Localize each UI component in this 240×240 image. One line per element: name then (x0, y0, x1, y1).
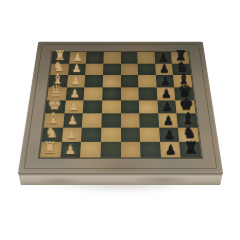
piece-white-pawn[interactable]: ♟ (67, 114, 78, 126)
square[interactable] (121, 127, 141, 142)
square[interactable] (100, 142, 120, 157)
board-side-edge (18, 172, 223, 185)
square[interactable] (84, 87, 103, 100)
square[interactable] (83, 100, 102, 113)
square[interactable] (137, 52, 155, 63)
square[interactable] (140, 127, 160, 142)
piece-black-rook[interactable]: ♜ (184, 140, 198, 156)
piece-white-pawn[interactable]: ♟ (65, 143, 76, 156)
piece-black-pawn[interactable]: ♟ (163, 114, 174, 126)
square[interactable] (121, 142, 141, 157)
piece-white-pawn[interactable]: ♟ (72, 63, 82, 74)
piece-white-pawn[interactable]: ♟ (70, 87, 80, 99)
chess-board-photo: ♜♟♟♜♞♟♟♞♝♟♟♝♛♟♟♛♚♟♟♚♝♟♟♝♞♟♟♞♜♟♟♜ (18, 0, 223, 173)
piece-white-pawn[interactable]: ♟ (68, 100, 79, 112)
square[interactable] (121, 52, 138, 63)
piece-white-pawn[interactable]: ♟ (71, 75, 81, 86)
square[interactable] (140, 142, 161, 157)
piece-black-pawn[interactable]: ♟ (160, 75, 170, 86)
piece-black-pawn[interactable]: ♟ (161, 87, 171, 99)
square[interactable] (81, 127, 101, 142)
piece-white-pawn[interactable]: ♟ (66, 128, 77, 140)
square[interactable] (102, 100, 121, 113)
square[interactable] (80, 142, 101, 157)
piece-black-pawn[interactable]: ♟ (162, 100, 173, 112)
square[interactable] (139, 100, 158, 113)
square[interactable] (101, 127, 121, 142)
piece-black-pawn[interactable]: ♟ (165, 143, 176, 156)
piece-black-pawn[interactable]: ♟ (164, 128, 175, 140)
square[interactable] (103, 52, 120, 63)
square[interactable] (86, 52, 104, 63)
square[interactable] (121, 100, 140, 113)
chess-board: ♜♟♟♜♞♟♟♞♝♟♟♝♛♟♟♛♚♟♟♚♝♟♟♝♞♟♟♞♜♟♟♜ (18, 42, 223, 173)
piece-white-pawn[interactable]: ♟ (73, 51, 83, 62)
square[interactable] (102, 87, 120, 100)
square[interactable] (138, 87, 157, 100)
piece-black-pawn[interactable]: ♟ (159, 63, 169, 74)
square[interactable] (121, 87, 139, 100)
piece-white-rook[interactable]: ♜ (43, 140, 57, 156)
piece-black-pawn[interactable]: ♟ (159, 51, 169, 62)
